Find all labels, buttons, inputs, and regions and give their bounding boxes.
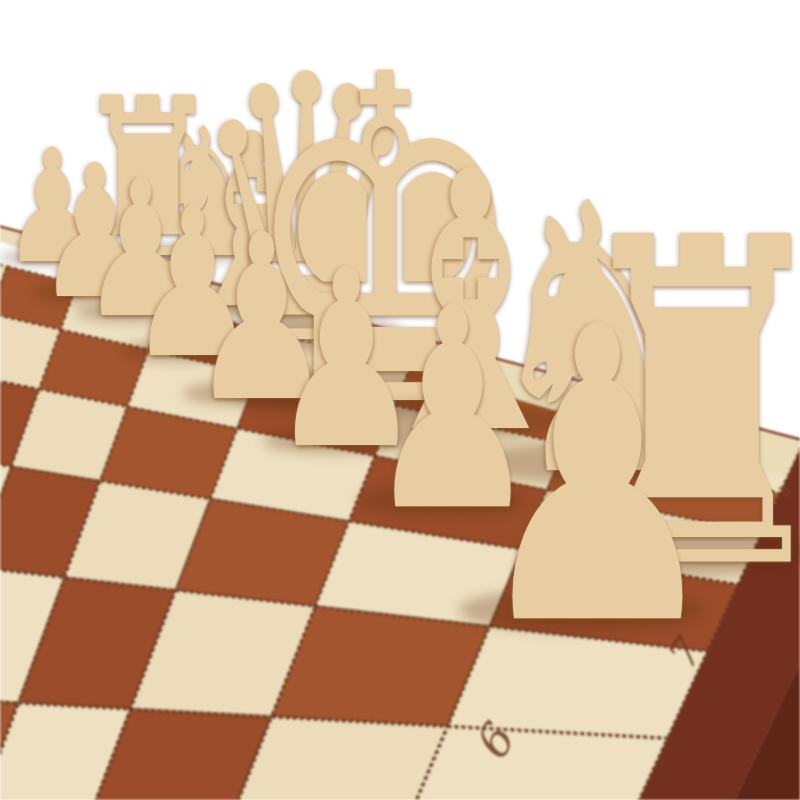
- chess-piece-pawn: ♟: [455, 276, 739, 681]
- chess-set-photo: 67fgh ♞♟♜♟♝♟♛♟♚♟♝♟♞♟♜♟: [0, 0, 800, 800]
- chess-pieces-layer: ♞♟♜♟♝♟♛♟♚♟♝♟♞♟♜♟: [0, 0, 800, 800]
